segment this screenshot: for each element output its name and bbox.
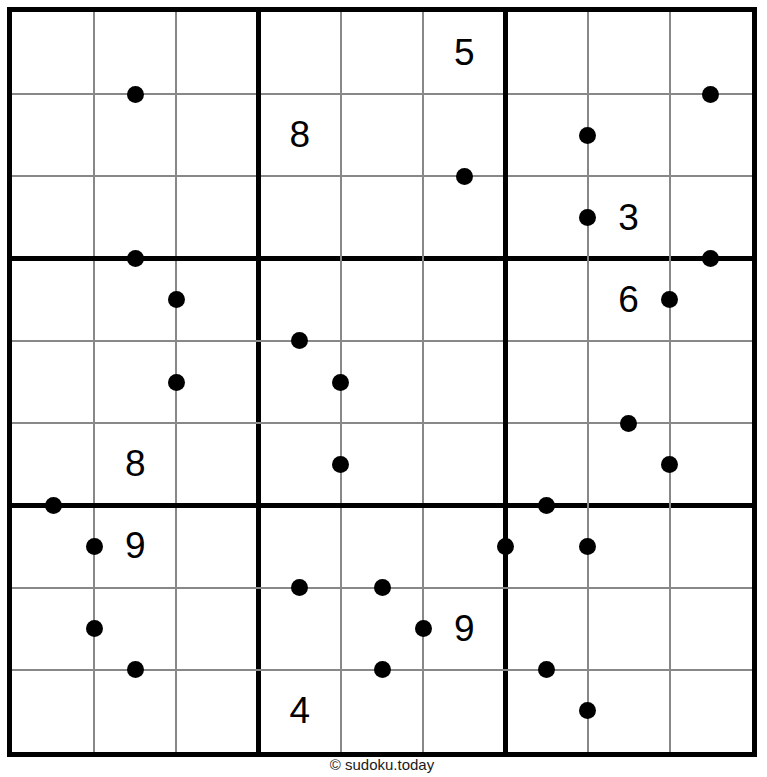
cell-r3c4[interactable]: [259, 176, 341, 258]
consecutive-dot: [86, 620, 103, 637]
cell-r5c9[interactable]: [670, 341, 752, 423]
cell-r2c6[interactable]: [423, 94, 505, 176]
cell-r8c9[interactable]: [670, 588, 752, 670]
cell-r9c2[interactable]: [94, 670, 176, 752]
cell-r2c5[interactable]: [341, 94, 423, 176]
cell-r8c4[interactable]: [259, 588, 341, 670]
cell-r4c7[interactable]: [505, 259, 587, 341]
cell-r9c1[interactable]: [12, 670, 94, 752]
cell-r9c9[interactable]: [670, 670, 752, 752]
cell-r7c1[interactable]: [12, 505, 94, 587]
cell-r5c5[interactable]: [341, 341, 423, 423]
cell-r2c8[interactable]: [588, 94, 670, 176]
cell-r3c6[interactable]: [423, 176, 505, 258]
cell-r4c4[interactable]: [259, 259, 341, 341]
cell-r8c1[interactable]: [12, 588, 94, 670]
cell-r6c7[interactable]: [505, 423, 587, 505]
cell-r9c5[interactable]: [341, 670, 423, 752]
cell-r1c5[interactable]: [341, 12, 423, 94]
cell-r4c9[interactable]: [670, 259, 752, 341]
cell-r1c3[interactable]: [176, 12, 258, 94]
cell-r5c8[interactable]: [588, 341, 670, 423]
cell-r2c4[interactable]: 8: [259, 94, 341, 176]
cell-r1c2[interactable]: [94, 12, 176, 94]
cell-r5c3[interactable]: [176, 341, 258, 423]
cell-r4c3[interactable]: [176, 259, 258, 341]
cell-r8c2[interactable]: [94, 588, 176, 670]
cell-r3c1[interactable]: [12, 176, 94, 258]
consecutive-dot: [456, 168, 473, 185]
consecutive-dot: [661, 456, 678, 473]
cell-r6c8[interactable]: [588, 423, 670, 505]
cell-r2c3[interactable]: [176, 94, 258, 176]
cell-r2c1[interactable]: [12, 94, 94, 176]
cell-r4c1[interactable]: [12, 259, 94, 341]
cell-r3c8[interactable]: 3: [588, 176, 670, 258]
consecutive-dot: [127, 86, 144, 103]
consecutive-dot: [332, 456, 349, 473]
cell-r9c6[interactable]: [423, 670, 505, 752]
copyright: © sudoku.today: [7, 755, 757, 775]
consecutive-dot: [374, 661, 391, 678]
cell-r7c2[interactable]: 9: [94, 505, 176, 587]
cell-r6c5[interactable]: [341, 423, 423, 505]
cell-r7c5[interactable]: [341, 505, 423, 587]
cell-r1c4[interactable]: [259, 12, 341, 94]
cell-r5c2[interactable]: [94, 341, 176, 423]
consecutive-dot: [415, 620, 432, 637]
cell-r3c2[interactable]: [94, 176, 176, 258]
cell-r7c7[interactable]: [505, 505, 587, 587]
cell-r7c8[interactable]: [588, 505, 670, 587]
cell-r6c6[interactable]: [423, 423, 505, 505]
cell-r1c6[interactable]: 5: [423, 12, 505, 94]
cell-r8c3[interactable]: [176, 588, 258, 670]
cell-r4c8[interactable]: 6: [588, 259, 670, 341]
cell-r9c7[interactable]: [505, 670, 587, 752]
consecutive-dot: [332, 374, 349, 391]
cell-r3c5[interactable]: [341, 176, 423, 258]
cell-r2c7[interactable]: [505, 94, 587, 176]
consecutive-dot: [45, 497, 62, 514]
cell-r1c7[interactable]: [505, 12, 587, 94]
cell-r7c9[interactable]: [670, 505, 752, 587]
cell-r2c2[interactable]: [94, 94, 176, 176]
cell-r1c9[interactable]: [670, 12, 752, 94]
cell-r3c7[interactable]: [505, 176, 587, 258]
cell-r4c5[interactable]: [341, 259, 423, 341]
cell-r4c6[interactable]: [423, 259, 505, 341]
cell-r9c8[interactable]: [588, 670, 670, 752]
cell-r5c7[interactable]: [505, 341, 587, 423]
cell-r8c5[interactable]: [341, 588, 423, 670]
cell-r6c2[interactable]: 8: [94, 423, 176, 505]
consecutive-dot: [127, 250, 144, 267]
consecutive-dot: [579, 209, 596, 226]
consecutive-dot: [538, 497, 555, 514]
cell-r3c9[interactable]: [670, 176, 752, 258]
cell-r5c4[interactable]: [259, 341, 341, 423]
consecutive-dot: [579, 127, 596, 144]
cell-r7c4[interactable]: [259, 505, 341, 587]
cell-r1c8[interactable]: [588, 12, 670, 94]
cell-r4c2[interactable]: [94, 259, 176, 341]
cell-r8c6[interactable]: 9: [423, 588, 505, 670]
consecutive-dot: [620, 415, 637, 432]
cell-r7c6[interactable]: [423, 505, 505, 587]
cell-r8c8[interactable]: [588, 588, 670, 670]
cell-r6c1[interactable]: [12, 423, 94, 505]
sudoku-board: 58368994: [7, 7, 757, 757]
cell-r6c9[interactable]: [670, 423, 752, 505]
cell-r2c9[interactable]: [670, 94, 752, 176]
cell-r7c3[interactable]: [176, 505, 258, 587]
consecutive-dot: [86, 538, 103, 555]
consecutive-dot: [497, 538, 514, 555]
cell-r6c3[interactable]: [176, 423, 258, 505]
cell-r5c1[interactable]: [12, 341, 94, 423]
consecutive-dot: [702, 86, 719, 103]
cell-r1c1[interactable]: [12, 12, 94, 94]
consecutive-dot: [168, 374, 185, 391]
cell-r5c6[interactable]: [423, 341, 505, 423]
consecutive-dot: [579, 538, 596, 555]
cell-r6c4[interactable]: [259, 423, 341, 505]
consecutive-dot: [374, 579, 391, 596]
cell-r9c3[interactable]: [176, 670, 258, 752]
cell-r8c7[interactable]: [505, 588, 587, 670]
cell-r9c4[interactable]: 4: [259, 670, 341, 752]
cell-r3c3[interactable]: [176, 176, 258, 258]
consecutive-dot: [127, 661, 144, 678]
